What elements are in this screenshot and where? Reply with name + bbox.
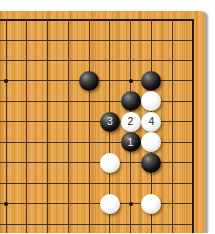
star-point: [4, 202, 8, 206]
star-point: [129, 79, 133, 83]
stone-black[interactable]: [121, 91, 141, 111]
grid-line-vertical: [172, 19, 173, 234]
move-number-label: 3: [107, 116, 113, 127]
star-point: [129, 202, 133, 206]
grid-line-horizontal: [0, 183, 194, 184]
move-number-label: 4: [148, 116, 154, 127]
grid-line-horizontal: [0, 224, 194, 225]
grid-line-horizontal: [0, 162, 194, 163]
grid-line-horizontal: [0, 121, 194, 122]
grid-line-vertical: [89, 19, 90, 234]
stone-black-move-1[interactable]: 1: [121, 132, 141, 152]
stone-white[interactable]: [141, 91, 161, 111]
grid-line-vertical: [26, 19, 27, 234]
board-top-edge-line: [0, 19, 194, 21]
move-number-label: 1: [128, 137, 134, 148]
stone-black[interactable]: [141, 153, 161, 173]
move-number-label: 2: [128, 116, 134, 127]
stone-black-move-3[interactable]: 3: [100, 112, 120, 132]
grid-line-horizontal: [0, 60, 194, 61]
stone-white[interactable]: [100, 194, 120, 214]
grid-line-horizontal: [0, 142, 194, 143]
stone-white[interactable]: [141, 194, 161, 214]
stone-black[interactable]: [141, 71, 161, 91]
stone-white[interactable]: [141, 132, 161, 152]
stone-white[interactable]: [100, 153, 120, 173]
stone-black[interactable]: [79, 71, 99, 91]
grid-line-horizontal: [0, 101, 194, 102]
grid-line-vertical: [68, 19, 69, 234]
star-point: [4, 79, 8, 83]
go-board-diagram: 3241: [0, 0, 215, 233]
grid-line-horizontal: [0, 40, 194, 41]
grid-line-vertical: [47, 19, 48, 234]
board-right-edge-line: [192, 19, 194, 234]
stone-white-move-4[interactable]: 4: [141, 112, 161, 132]
stone-white-move-2[interactable]: 2: [121, 112, 141, 132]
grid-line-horizontal: [0, 203, 194, 204]
